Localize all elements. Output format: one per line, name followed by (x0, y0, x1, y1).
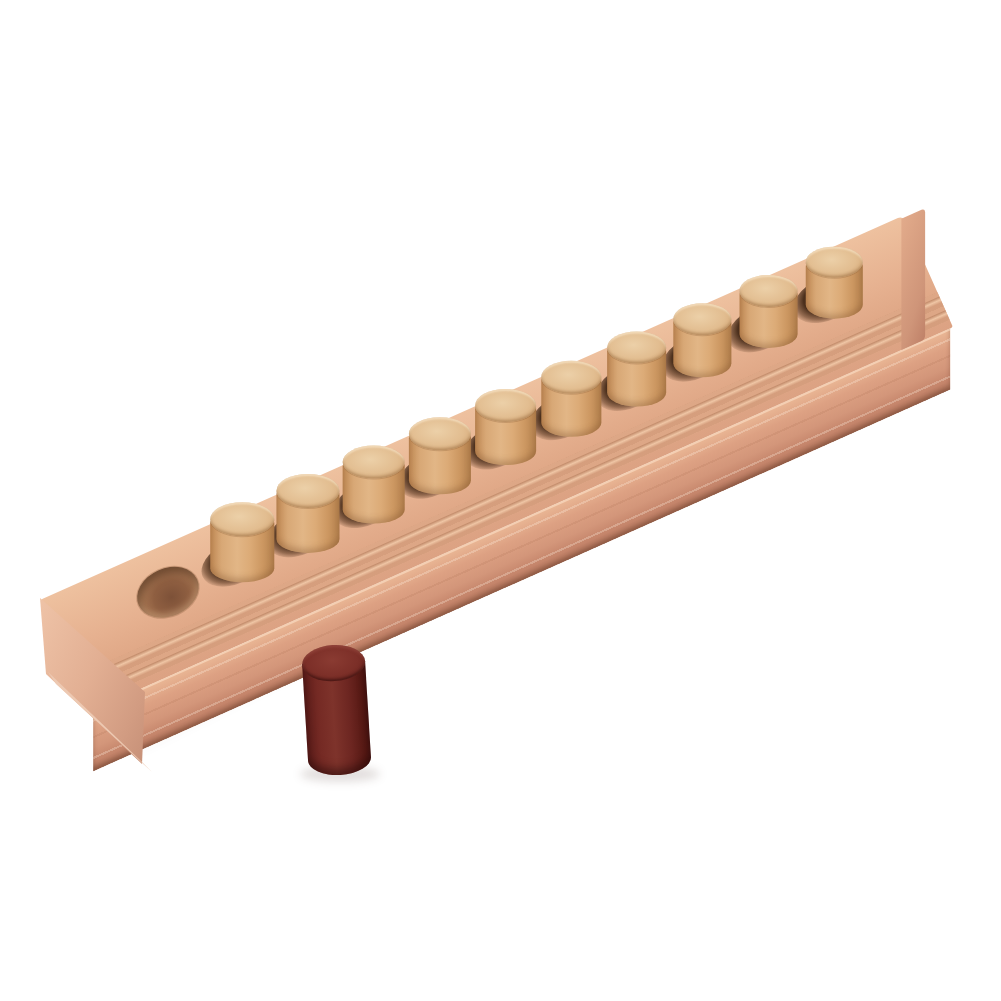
wood-peg-7[interactable] (607, 332, 666, 407)
wood-peg-top-face (541, 360, 601, 393)
wood-peg-4[interactable] (409, 417, 471, 494)
peg-board (40, 216, 903, 600)
board-groove-lines (74, 292, 950, 704)
wood-peg-top-face (276, 474, 339, 508)
wood-peg-2[interactable] (276, 474, 339, 553)
board-right-end-face (901, 208, 925, 350)
product-photo-scene (0, 0, 1001, 1001)
wood-peg-3[interactable] (343, 445, 405, 523)
wood-peg-5[interactable] (475, 389, 536, 465)
red-peg[interactable] (301, 643, 372, 777)
wood-peg-1[interactable] (210, 502, 274, 582)
wood-peg-top-face (806, 247, 863, 278)
wood-peg-top-face (475, 389, 536, 422)
wood-peg-10[interactable] (806, 247, 863, 319)
wood-peg-top-face (409, 417, 471, 450)
wood-peg-6[interactable] (541, 360, 601, 436)
wood-peg-9[interactable] (740, 275, 798, 348)
wood-peg-8[interactable] (673, 304, 731, 378)
wood-peg-top-face (210, 502, 274, 536)
wood-peg-top-face (740, 275, 798, 307)
